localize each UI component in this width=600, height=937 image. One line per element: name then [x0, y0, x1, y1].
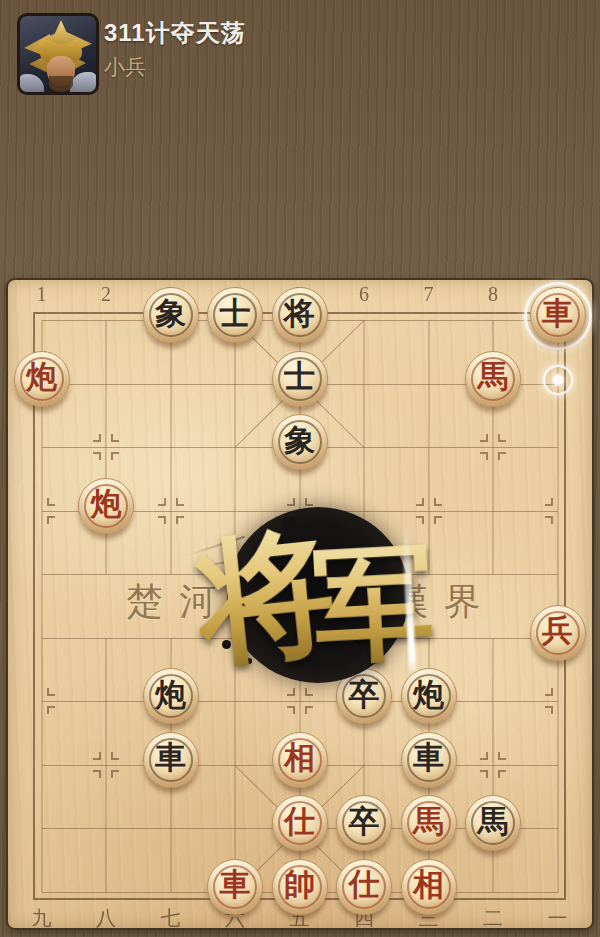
point-marker [287, 706, 295, 714]
piece-glyph: 帥 [273, 860, 327, 914]
point-marker [47, 516, 55, 524]
point-marker [498, 770, 506, 778]
player-header: 311计夺天荡 小兵 [0, 0, 600, 110]
piece-士[interactable]: 士 [207, 287, 263, 343]
last-move-origin-marker [543, 365, 573, 395]
grid-line [106, 321, 107, 575]
grid-line [106, 638, 107, 892]
piece-炮[interactable]: 炮 [78, 478, 134, 534]
piece-glyph: 馬 [466, 796, 520, 850]
column-label-top: 6 [359, 283, 369, 306]
piece-相[interactable]: 相 [401, 859, 457, 915]
piece-炮[interactable]: 炮 [14, 351, 70, 407]
point-marker [47, 498, 55, 506]
column-label-top: 2 [101, 283, 111, 306]
point-marker [498, 752, 506, 760]
point-marker [111, 434, 119, 442]
piece-glyph: 炮 [402, 669, 456, 723]
grid-line [428, 321, 429, 575]
piece-glyph: 将 [273, 288, 327, 342]
piece-glyph: 車 [402, 733, 456, 787]
piece-glyph: 象 [144, 288, 198, 342]
point-marker [158, 516, 166, 524]
piece-相[interactable]: 相 [272, 732, 328, 788]
point-marker [498, 452, 506, 460]
piece-glyph: 仕 [273, 796, 327, 850]
player-name: 311计夺天荡 [104, 17, 246, 49]
piece-仕[interactable]: 仕 [336, 859, 392, 915]
piece-glyph: 馬 [466, 352, 520, 406]
game-screen: 311计夺天荡 小兵 楚河 漢界 123456789九八七六五四三二一象士将車炮… [0, 0, 600, 937]
piece-glyph: 士 [208, 288, 262, 342]
column-label-bottom: 七 [161, 905, 181, 932]
piece-卒[interactable]: 卒 [336, 668, 392, 724]
piece-glyph: 馬 [402, 796, 456, 850]
point-marker [176, 498, 184, 506]
point-marker [480, 434, 488, 442]
point-marker [47, 688, 55, 696]
piece-車[interactable]: 車 [401, 732, 457, 788]
avatar-armor-left [18, 74, 44, 95]
piece-象[interactable]: 象 [143, 287, 199, 343]
point-marker [545, 688, 553, 696]
avatar-beard [49, 76, 73, 92]
xiangqi-board[interactable]: 楚河 漢界 123456789九八七六五四三二一象士将車炮士馬象炮兵炮卒炮車相車… [6, 278, 594, 930]
piece-仕[interactable]: 仕 [272, 795, 328, 851]
point-marker [545, 706, 553, 714]
piece-glyph: 炮 [144, 669, 198, 723]
piece-glyph: 炮 [79, 479, 133, 533]
piece-馬[interactable]: 馬 [465, 795, 521, 851]
point-marker [287, 688, 295, 696]
point-marker [111, 752, 119, 760]
point-marker [545, 498, 553, 506]
point-marker [545, 516, 553, 524]
point-marker [111, 452, 119, 460]
point-marker [93, 434, 101, 442]
column-label-bottom: 八 [96, 905, 116, 932]
point-marker [416, 498, 424, 506]
column-label-top: 7 [424, 283, 434, 306]
point-marker [480, 452, 488, 460]
piece-glyph: 象 [273, 415, 327, 469]
point-marker [287, 516, 295, 524]
piece-glyph: 車 [531, 288, 585, 342]
piece-炮[interactable]: 炮 [143, 668, 199, 724]
column-label-bottom: 九 [32, 905, 52, 932]
piece-卒[interactable]: 卒 [336, 795, 392, 851]
point-marker [305, 498, 313, 506]
point-marker [305, 688, 313, 696]
piece-馬[interactable]: 馬 [465, 351, 521, 407]
point-marker [111, 770, 119, 778]
piece-馬[interactable]: 馬 [401, 795, 457, 851]
point-marker [93, 452, 101, 460]
piece-象[interactable]: 象 [272, 414, 328, 470]
piece-士[interactable]: 士 [272, 351, 328, 407]
piece-帥[interactable]: 帥 [272, 859, 328, 915]
point-marker [47, 706, 55, 714]
piece-glyph: 炮 [15, 352, 69, 406]
point-marker [480, 752, 488, 760]
piece-glyph: 車 [208, 860, 262, 914]
piece-glyph: 卒 [337, 796, 391, 850]
grid-line [493, 638, 494, 892]
piece-炮[interactable]: 炮 [401, 668, 457, 724]
column-label-bottom: 一 [548, 905, 568, 932]
point-marker [434, 498, 442, 506]
point-marker [480, 770, 488, 778]
point-marker [93, 770, 101, 778]
player-rank: 小兵 [104, 53, 146, 81]
piece-兵[interactable]: 兵 [530, 605, 586, 661]
column-label-top: 1 [37, 283, 47, 306]
piece-glyph: 士 [273, 352, 327, 406]
piece-glyph: 相 [273, 733, 327, 787]
column-label-top: 8 [488, 283, 498, 306]
piece-車[interactable]: 車 [530, 287, 586, 343]
piece-車[interactable]: 車 [207, 859, 263, 915]
point-marker [434, 516, 442, 524]
column-label-bottom: 二 [483, 905, 503, 932]
piece-glyph: 車 [144, 733, 198, 787]
piece-glyph: 相 [402, 860, 456, 914]
point-marker [176, 516, 184, 524]
piece-glyph: 兵 [531, 606, 585, 660]
point-marker [93, 752, 101, 760]
point-marker [158, 498, 166, 506]
grid-line [170, 321, 171, 575]
player-avatar[interactable] [17, 13, 99, 95]
point-marker [305, 516, 313, 524]
piece-車[interactable]: 車 [143, 732, 199, 788]
point-marker [287, 498, 295, 506]
piece-glyph: 卒 [337, 669, 391, 723]
point-marker [416, 516, 424, 524]
piece-glyph: 仕 [337, 860, 391, 914]
point-marker [498, 434, 506, 442]
piece-将[interactable]: 将 [272, 287, 328, 343]
point-marker [305, 706, 313, 714]
